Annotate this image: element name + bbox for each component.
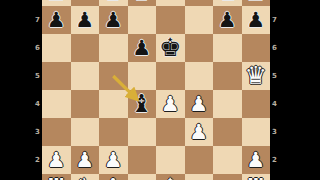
square-h4 <box>242 90 271 118</box>
rank-label-7: 7 <box>33 6 42 34</box>
square-e4: ♟ <box>156 90 185 118</box>
rank-label-5: 5 <box>270 62 279 90</box>
piece-black-pawn: ♟ <box>75 6 94 34</box>
square-d4: ♝ <box>128 90 157 118</box>
square-e3 <box>156 118 185 146</box>
square-b5 <box>71 62 100 90</box>
square-h7: ♟ <box>242 6 271 34</box>
rank-label-2: 2 <box>33 146 42 174</box>
square-a1: ♜ <box>42 174 71 180</box>
piece-white-pawn: ♟ <box>246 146 265 174</box>
square-h2: ♟ <box>242 146 271 174</box>
square-d6: ♟ <box>128 34 157 62</box>
square-e7 <box>156 6 185 34</box>
square-c3 <box>99 118 128 146</box>
square-b1: ♞ <box>71 174 100 180</box>
rank-label-1: 1 <box>270 174 279 180</box>
piece-white-pawn: ♟ <box>189 90 208 118</box>
piece-white-pawn: ♟ <box>189 118 208 146</box>
square-h6 <box>242 34 271 62</box>
piece-white-rook: ♜ <box>45 174 67 180</box>
rank-label-5: 5 <box>33 62 42 90</box>
piece-black-pawn: ♟ <box>132 34 151 62</box>
piece-black-bishop: ♝ <box>131 90 153 118</box>
piece-white-rook: ♜ <box>245 174 267 180</box>
piece-black-pawn: ♟ <box>47 6 66 34</box>
square-g5 <box>213 62 242 90</box>
square-c6 <box>99 34 128 62</box>
square-g1 <box>213 174 242 180</box>
square-h5: ♛ <box>242 62 271 90</box>
rank-label-2: 2 <box>270 146 279 174</box>
square-f3: ♟ <box>185 118 214 146</box>
piece-white-king: ♚ <box>159 174 181 180</box>
rank-label-4: 4 <box>270 90 279 118</box>
square-a5 <box>42 62 71 90</box>
chess-board: ♜♝♛♞♜♟♟♟♟♟♟♚♛♝♟♟♟♟♟♟♟♜♞♝♚♜ <box>42 0 270 180</box>
piece-black-pawn: ♟ <box>218 6 237 34</box>
rank-labels-right: 87654321 <box>270 0 279 180</box>
square-g6 <box>213 34 242 62</box>
rank-label-3: 3 <box>270 118 279 146</box>
square-e1: ♚ <box>156 174 185 180</box>
square-e2 <box>156 146 185 174</box>
piece-white-bishop: ♝ <box>102 174 124 180</box>
square-b4 <box>71 90 100 118</box>
square-c2: ♟ <box>99 146 128 174</box>
square-a6 <box>42 34 71 62</box>
square-a2: ♟ <box>42 146 71 174</box>
square-g4 <box>213 90 242 118</box>
square-g2 <box>213 146 242 174</box>
square-b2: ♟ <box>71 146 100 174</box>
square-h1: ♜ <box>242 174 271 180</box>
rank-label-7: 7 <box>270 6 279 34</box>
piece-white-pawn: ♟ <box>104 146 123 174</box>
square-a7: ♟ <box>42 6 71 34</box>
rank-label-3: 3 <box>33 118 42 146</box>
square-c4 <box>99 90 128 118</box>
square-f1 <box>185 174 214 180</box>
square-b3 <box>71 118 100 146</box>
square-h3 <box>242 118 271 146</box>
piece-white-pawn: ♟ <box>75 146 94 174</box>
chess-video-frame: 87654321 ♜♝♛♞♜♟♟♟♟♟♟♚♛♝♟♟♟♟♟♟♟♜♞♝♚♜ 8765… <box>0 0 320 180</box>
piece-white-queen: ♛ <box>245 62 267 90</box>
square-d7 <box>128 6 157 34</box>
rank-label-6: 6 <box>33 34 42 62</box>
square-e6: ♚ <box>156 34 185 62</box>
square-c7: ♟ <box>99 6 128 34</box>
square-f4: ♟ <box>185 90 214 118</box>
square-d5 <box>128 62 157 90</box>
square-b7: ♟ <box>71 6 100 34</box>
piece-black-pawn: ♟ <box>246 6 265 34</box>
square-f5 <box>185 62 214 90</box>
piece-white-pawn: ♟ <box>47 146 66 174</box>
square-c1: ♝ <box>99 174 128 180</box>
piece-white-knight: ♞ <box>74 174 96 180</box>
square-g3 <box>213 118 242 146</box>
rank-label-6: 6 <box>270 34 279 62</box>
square-b6 <box>71 34 100 62</box>
square-d2 <box>128 146 157 174</box>
square-f6 <box>185 34 214 62</box>
square-c5 <box>99 62 128 90</box>
square-d1 <box>128 174 157 180</box>
piece-white-pawn: ♟ <box>161 90 180 118</box>
square-a3 <box>42 118 71 146</box>
piece-black-pawn: ♟ <box>104 6 123 34</box>
rank-label-4: 4 <box>33 90 42 118</box>
rank-label-1: 1 <box>33 174 42 180</box>
rank-labels-left: 87654321 <box>33 0 42 180</box>
square-a4 <box>42 90 71 118</box>
square-f2 <box>185 146 214 174</box>
square-g7: ♟ <box>213 6 242 34</box>
piece-black-king: ♚ <box>159 34 181 62</box>
square-d3 <box>128 118 157 146</box>
square-f7 <box>185 6 214 34</box>
square-e5 <box>156 62 185 90</box>
